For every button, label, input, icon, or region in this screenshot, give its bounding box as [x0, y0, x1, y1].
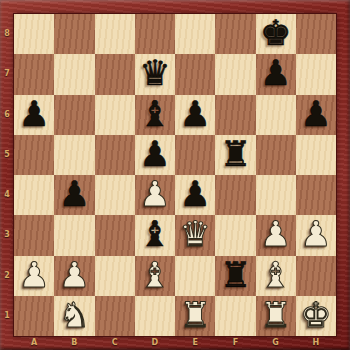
square-b8[interactable]: [54, 14, 94, 54]
piece-black-king[interactable]: ♚: [260, 13, 291, 53]
file-label-f: F: [215, 336, 255, 350]
piece-black-bishop[interactable]: ♝: [139, 214, 170, 254]
rank-label-2: 2: [0, 256, 14, 296]
piece-black-pawn[interactable]: ♟: [18, 94, 49, 134]
piece-white-pawn[interactable]: ♟: [300, 214, 331, 254]
piece-white-bishop[interactable]: ♝: [139, 255, 170, 295]
square-f5[interactable]: ♜: [215, 135, 255, 175]
square-c4[interactable]: [95, 175, 135, 215]
square-d8[interactable]: [135, 14, 175, 54]
rank-label-8: 8: [0, 14, 14, 54]
square-e4[interactable]: ♟: [175, 175, 215, 215]
piece-white-rook[interactable]: ♜: [260, 295, 291, 335]
file-label-c: C: [95, 336, 135, 350]
file-label-a: A: [14, 336, 54, 350]
piece-white-pawn[interactable]: ♟: [260, 214, 291, 254]
square-e8[interactable]: [175, 14, 215, 54]
piece-white-knight[interactable]: ♞: [59, 295, 90, 335]
square-e3[interactable]: ♛: [175, 215, 215, 255]
square-f4[interactable]: [215, 175, 255, 215]
chess-board-frame: ♚♛♟♟♝♟♟♟♜♟♟♟♝♛♟♟♟♟♝♜♝♞♜♜♚ 87654321ABCDEF…: [0, 0, 350, 350]
piece-white-bishop[interactable]: ♝: [260, 255, 291, 295]
square-h4[interactable]: [296, 175, 336, 215]
piece-black-bishop[interactable]: ♝: [139, 94, 170, 134]
square-c1[interactable]: [95, 296, 135, 336]
square-e5[interactable]: [175, 135, 215, 175]
piece-black-pawn[interactable]: ♟: [260, 53, 291, 93]
piece-white-pawn[interactable]: ♟: [59, 255, 90, 295]
square-d2[interactable]: ♝: [135, 256, 175, 296]
square-a8[interactable]: [14, 14, 54, 54]
square-b2[interactable]: ♟: [54, 256, 94, 296]
file-label-d: D: [135, 336, 175, 350]
square-e1[interactable]: ♜: [175, 296, 215, 336]
square-c5[interactable]: [95, 135, 135, 175]
square-d7[interactable]: ♛: [135, 54, 175, 94]
square-b4[interactable]: ♟: [54, 175, 94, 215]
square-g2[interactable]: ♝: [256, 256, 296, 296]
square-g6[interactable]: [256, 95, 296, 135]
square-a4[interactable]: [14, 175, 54, 215]
square-c6[interactable]: [95, 95, 135, 135]
square-h2[interactable]: [296, 256, 336, 296]
square-a5[interactable]: [14, 135, 54, 175]
file-label-h: H: [296, 336, 336, 350]
square-g7[interactable]: ♟: [256, 54, 296, 94]
square-d1[interactable]: [135, 296, 175, 336]
square-b6[interactable]: [54, 95, 94, 135]
piece-black-pawn[interactable]: ♟: [59, 174, 90, 214]
file-label-g: G: [256, 336, 296, 350]
piece-white-pawn[interactable]: ♟: [18, 255, 49, 295]
square-e7[interactable]: [175, 54, 215, 94]
piece-white-queen[interactable]: ♛: [179, 214, 210, 254]
rank-label-6: 6: [0, 95, 14, 135]
file-label-e: E: [175, 336, 215, 350]
piece-white-rook[interactable]: ♜: [179, 295, 210, 335]
square-h8[interactable]: [296, 14, 336, 54]
piece-black-pawn[interactable]: ♟: [300, 94, 331, 134]
rank-label-4: 4: [0, 175, 14, 215]
square-c8[interactable]: [95, 14, 135, 54]
square-f1[interactable]: [215, 296, 255, 336]
square-f3[interactable]: [215, 215, 255, 255]
square-a6[interactable]: ♟: [14, 95, 54, 135]
rank-label-5: 5: [0, 135, 14, 175]
square-f6[interactable]: [215, 95, 255, 135]
piece-black-queen[interactable]: ♛: [139, 53, 170, 93]
square-h6[interactable]: ♟: [296, 95, 336, 135]
rank-label-1: 1: [0, 296, 14, 336]
square-d5[interactable]: ♟: [135, 135, 175, 175]
square-f7[interactable]: [215, 54, 255, 94]
square-h5[interactable]: [296, 135, 336, 175]
square-a7[interactable]: [14, 54, 54, 94]
square-h1[interactable]: ♚: [296, 296, 336, 336]
square-a2[interactable]: ♟: [14, 256, 54, 296]
square-d4[interactable]: ♟: [135, 175, 175, 215]
rank-label-3: 3: [0, 215, 14, 255]
rank-label-7: 7: [0, 54, 14, 94]
square-c2[interactable]: [95, 256, 135, 296]
square-c7[interactable]: [95, 54, 135, 94]
square-b7[interactable]: [54, 54, 94, 94]
piece-black-pawn[interactable]: ♟: [139, 134, 170, 174]
square-f2[interactable]: ♜: [215, 256, 255, 296]
square-b3[interactable]: [54, 215, 94, 255]
square-h7[interactable]: [296, 54, 336, 94]
square-g1[interactable]: ♜: [256, 296, 296, 336]
piece-white-king[interactable]: ♚: [300, 295, 331, 335]
piece-white-pawn[interactable]: ♟: [139, 174, 170, 214]
piece-black-rook[interactable]: ♜: [220, 255, 251, 295]
piece-black-rook[interactable]: ♜: [220, 134, 251, 174]
chess-board[interactable]: ♚♛♟♟♝♟♟♟♜♟♟♟♝♛♟♟♟♟♝♜♝♞♜♜♚: [14, 14, 336, 336]
square-d3[interactable]: ♝: [135, 215, 175, 255]
square-g5[interactable]: [256, 135, 296, 175]
square-h3[interactable]: ♟: [296, 215, 336, 255]
square-g3[interactable]: ♟: [256, 215, 296, 255]
square-e6[interactable]: ♟: [175, 95, 215, 135]
square-c3[interactable]: [95, 215, 135, 255]
piece-black-pawn[interactable]: ♟: [179, 174, 210, 214]
square-a3[interactable]: [14, 215, 54, 255]
square-d6[interactable]: ♝: [135, 95, 175, 135]
square-b1[interactable]: ♞: [54, 296, 94, 336]
square-e2[interactable]: [175, 256, 215, 296]
square-f8[interactable]: [215, 14, 255, 54]
square-b5[interactable]: [54, 135, 94, 175]
piece-black-pawn[interactable]: ♟: [179, 94, 210, 134]
file-label-b: B: [54, 336, 94, 350]
square-g4[interactable]: [256, 175, 296, 215]
square-g8[interactable]: ♚: [256, 14, 296, 54]
square-a1[interactable]: [14, 296, 54, 336]
